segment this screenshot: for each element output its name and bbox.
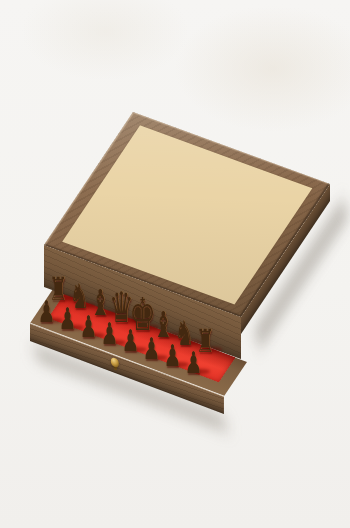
drawer-pieces-layer: ♜♞♝♛♚♝♞♜♟♟♟♟♟♟♟♟	[0, 0, 350, 528]
chess-piece-pawn: ♟	[179, 348, 208, 378]
chess-box-scene: ♜♞♝♛♚♝♞♜♟♟♟♟♟♟♟♟	[0, 0, 350, 528]
